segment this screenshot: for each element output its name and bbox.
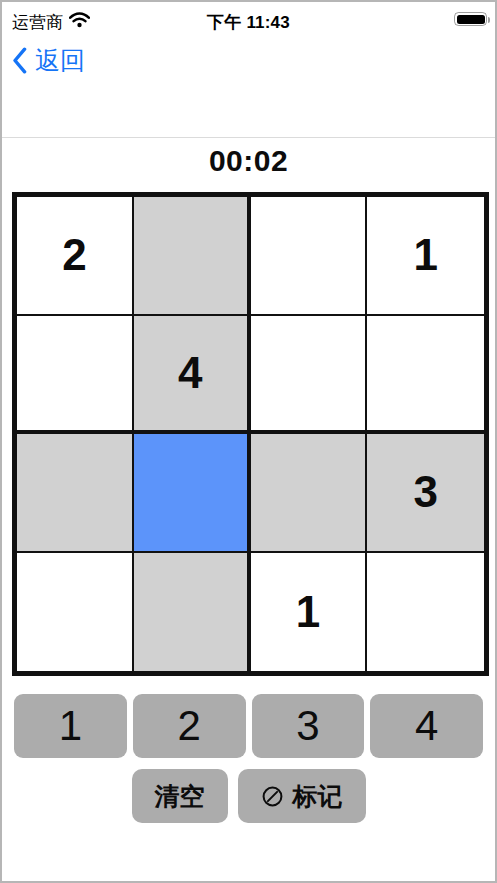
mark-button[interactable]: 标记 [238, 769, 366, 823]
back-button[interactable]: 返回 [12, 44, 85, 77]
cell-r2c4[interactable] [367, 316, 484, 435]
cell-r4c3[interactable]: 1 [251, 553, 368, 672]
app-screen: 下午 11:43 运营商 返回 00:02 [0, 0, 497, 883]
cell-r3c3[interactable] [251, 434, 368, 553]
timer: 00:02 [2, 144, 495, 178]
cell-r4c2[interactable] [134, 553, 251, 672]
mark-label: 标记 [293, 780, 343, 813]
cell-r3c2[interactable] [134, 434, 251, 553]
cell-r3c1[interactable] [17, 434, 134, 553]
digit-button-2[interactable]: 2 [133, 694, 246, 758]
back-label: 返回 [35, 44, 85, 77]
carrier-label: 运营商 [12, 11, 63, 34]
battery-icon [454, 12, 487, 26]
cell-r2c1[interactable] [17, 316, 134, 435]
cell-r1c2[interactable] [134, 197, 251, 316]
digit-keypad: 1234 [14, 694, 483, 758]
cell-r4c4[interactable] [367, 553, 484, 672]
clear-label: 清空 [155, 780, 205, 813]
digit-button-1[interactable]: 1 [14, 694, 127, 758]
cell-r3c4[interactable]: 3 [367, 434, 484, 553]
cell-r1c1[interactable]: 2 [17, 197, 134, 316]
wifi-icon [69, 12, 90, 33]
status-bar: 下午 11:43 运营商 [2, 2, 495, 36]
cell-r4c1[interactable] [17, 553, 134, 672]
cell-r2c3[interactable] [251, 316, 368, 435]
action-buttons: 清空 标记 [2, 769, 495, 823]
cell-r2c2[interactable]: 4 [134, 316, 251, 435]
clear-button[interactable]: 清空 [132, 769, 228, 823]
chevron-left-icon [12, 47, 27, 74]
cell-r1c4[interactable]: 1 [367, 197, 484, 316]
digit-button-4[interactable]: 4 [370, 694, 483, 758]
nav-separator [2, 137, 495, 138]
sudoku-board: 21431 [12, 192, 489, 676]
cell-r1c3[interactable] [251, 197, 368, 316]
digit-button-3[interactable]: 3 [252, 694, 365, 758]
slashed-circle-icon [261, 785, 284, 808]
